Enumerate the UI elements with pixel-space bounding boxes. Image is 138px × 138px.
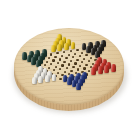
hole-r11c17 [88,70,90,72]
hole-r8c18 [88,60,90,62]
product-photo [0,0,138,138]
hole-r8c14 [74,62,76,64]
hole-r8c16 [81,61,83,63]
peg-yellow-r3c9 [51,45,56,52]
hole-r6c12 [65,57,67,59]
hole-r5c17 [81,52,83,54]
peg-yellow-r3c11 [57,44,62,51]
hole-r5c15 [74,53,76,55]
peg-white-r12c6 [52,74,57,81]
hole-r7c5 [44,64,46,66]
peg-red-r12c22 [104,65,109,72]
hole-r9c15 [79,65,81,67]
hole-r4c12 [63,51,65,53]
hole-r6c18 [85,54,87,56]
hole-r6c16 [79,55,81,57]
hole-r10c16 [83,67,85,69]
hole-r9c9 [59,68,61,70]
hole-r10c8 [57,72,59,74]
peg-red-r12c20 [98,66,103,73]
hole-r6c6 [46,61,48,63]
peg-yellow-r3c13 [64,43,69,50]
hole-r7c7 [50,63,52,65]
hole-r8c6 [48,67,50,69]
hole-r8c8 [55,66,57,68]
peg-red-r12c24 [111,64,116,71]
hole-r5c7 [48,57,50,59]
hole-r4c16 [76,49,78,51]
hole-r8c10 [61,64,63,66]
hole-r7c15 [76,59,78,61]
hole-r6c8 [52,59,54,61]
hole-r5c9 [54,56,56,58]
board-holes-pegs [0,0,138,138]
hole-r12c8 [59,78,61,80]
hole-r7c19 [90,57,92,59]
hole-r4c14 [70,50,72,52]
hole-r9c13 [72,66,74,68]
hole-r4c8 [50,53,52,55]
hole-r5c13 [68,54,70,56]
peg-red-r12c18 [91,67,96,74]
hole-r10c14 [77,68,79,70]
peg-blue-r16c12 [76,83,81,90]
hole-r7c17 [83,58,85,60]
hole-r5c11 [61,55,63,57]
hole-r7c13 [70,60,72,62]
hole-r4c10 [56,52,58,54]
hole-r6c10 [59,58,61,60]
hole-r9c7 [53,69,55,71]
hole-r10c12 [70,70,72,72]
hole-r9c17 [85,64,87,66]
peg-white-r12c4 [45,75,50,82]
hole-r6c14 [72,56,74,58]
peg-white-r12c2 [38,76,43,83]
hole-r7c11 [63,61,65,63]
hole-r9c11 [66,67,68,69]
peg-white-r12c0 [32,77,37,84]
hole-r8c12 [68,63,70,65]
hole-r10c10 [64,71,66,73]
peg-yellow-r3c15 [71,42,76,49]
hole-r7c9 [57,62,59,64]
